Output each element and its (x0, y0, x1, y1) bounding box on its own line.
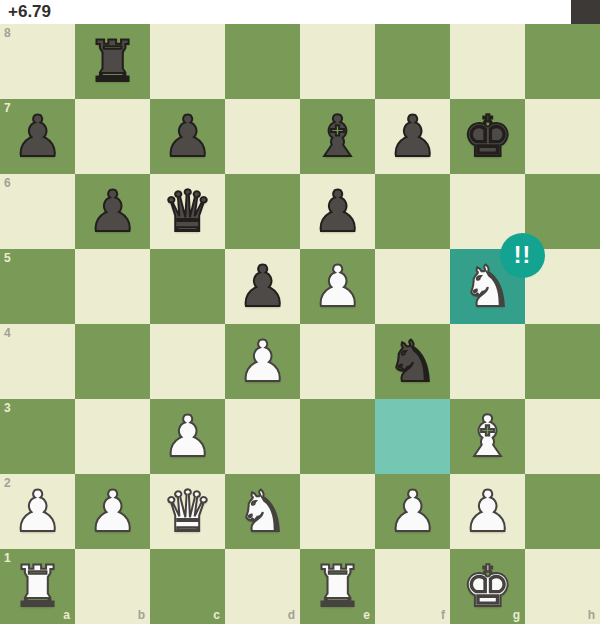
square-a4[interactable]: 4 (0, 324, 75, 399)
square-c6[interactable]: ♛ (150, 174, 225, 249)
square-d1[interactable]: d (225, 549, 300, 624)
square-f7[interactable]: ♟ (375, 99, 450, 174)
square-b2[interactable]: ♟ (75, 474, 150, 549)
square-d5[interactable]: ♟ (225, 249, 300, 324)
square-e8[interactable] (300, 24, 375, 99)
square-h7[interactable] (525, 99, 600, 174)
header-corner-dark-block (571, 0, 600, 24)
square-f2[interactable]: ♟ (375, 474, 450, 549)
piece-white-knight[interactable]: ♞ (225, 474, 300, 549)
piece-white-pawn[interactable]: ♟ (300, 249, 375, 324)
piece-black-knight[interactable]: ♞ (375, 324, 450, 399)
square-a3[interactable]: 3 (0, 399, 75, 474)
evaluation-header: +6.79 (0, 0, 600, 24)
square-c1[interactable]: c (150, 549, 225, 624)
square-f5[interactable] (375, 249, 450, 324)
square-d6[interactable] (225, 174, 300, 249)
piece-white-pawn[interactable]: ♟ (450, 474, 525, 549)
square-e4[interactable] (300, 324, 375, 399)
square-h4[interactable] (525, 324, 600, 399)
rank-label-3: 3 (4, 401, 11, 415)
evaluation-score: +6.79 (0, 0, 51, 24)
piece-white-rook[interactable]: ♜ (300, 549, 375, 624)
square-c4[interactable] (150, 324, 225, 399)
piece-black-bishop[interactable]: ♝ (300, 99, 375, 174)
piece-white-rook[interactable]: ♜ (0, 549, 75, 624)
square-g8[interactable] (450, 24, 525, 99)
piece-white-pawn[interactable]: ♟ (0, 474, 75, 549)
square-f8[interactable] (375, 24, 450, 99)
square-b8[interactable]: ♜ (75, 24, 150, 99)
piece-white-bishop[interactable]: ♝ (450, 399, 525, 474)
rank-label-4: 4 (4, 326, 11, 340)
square-b3[interactable] (75, 399, 150, 474)
square-b7[interactable] (75, 99, 150, 174)
square-d3[interactable] (225, 399, 300, 474)
square-f1[interactable]: f (375, 549, 450, 624)
file-label-b: b (138, 608, 145, 622)
square-a2[interactable]: 2♟ (0, 474, 75, 549)
square-g2[interactable]: ♟ (450, 474, 525, 549)
piece-white-pawn[interactable]: ♟ (225, 324, 300, 399)
brilliant-move-badge: !! (500, 233, 545, 278)
square-a7[interactable]: 7♟ (0, 99, 75, 174)
square-b1[interactable]: b (75, 549, 150, 624)
square-c3[interactable]: ♟ (150, 399, 225, 474)
piece-white-pawn[interactable]: ♟ (150, 399, 225, 474)
piece-black-rook[interactable]: ♜ (75, 24, 150, 99)
square-e5[interactable]: ♟ (300, 249, 375, 324)
square-h8[interactable] (525, 24, 600, 99)
rank-label-5: 5 (4, 251, 11, 265)
square-c5[interactable] (150, 249, 225, 324)
square-b4[interactable] (75, 324, 150, 399)
square-c2[interactable]: ♛ (150, 474, 225, 549)
file-label-d: d (288, 608, 295, 622)
piece-black-queen[interactable]: ♛ (150, 174, 225, 249)
square-c8[interactable] (150, 24, 225, 99)
square-e3[interactable] (300, 399, 375, 474)
square-g5[interactable]: ♞!! (450, 249, 525, 324)
rank-label-8: 8 (4, 26, 11, 40)
square-a8[interactable]: 8 (0, 24, 75, 99)
square-f3[interactable] (375, 399, 450, 474)
square-d7[interactable] (225, 99, 300, 174)
piece-black-pawn[interactable]: ♟ (225, 249, 300, 324)
file-label-c: c (213, 608, 220, 622)
square-f6[interactable] (375, 174, 450, 249)
square-e1[interactable]: e♜ (300, 549, 375, 624)
piece-black-pawn[interactable]: ♟ (375, 99, 450, 174)
square-c7[interactable]: ♟ (150, 99, 225, 174)
square-b5[interactable] (75, 249, 150, 324)
square-h1[interactable]: h (525, 549, 600, 624)
piece-black-pawn[interactable]: ♟ (75, 174, 150, 249)
rank-label-6: 6 (4, 176, 11, 190)
square-e6[interactable]: ♟ (300, 174, 375, 249)
square-h3[interactable] (525, 399, 600, 474)
file-label-h: h (588, 608, 595, 622)
piece-white-king[interactable]: ♚ (450, 549, 525, 624)
square-g1[interactable]: g♚ (450, 549, 525, 624)
square-e2[interactable] (300, 474, 375, 549)
square-d8[interactable] (225, 24, 300, 99)
file-label-f: f (441, 608, 445, 622)
piece-white-pawn[interactable]: ♟ (375, 474, 450, 549)
piece-white-queen[interactable]: ♛ (150, 474, 225, 549)
square-b6[interactable]: ♟ (75, 174, 150, 249)
chess-board[interactable]: 8♜7♟♟♝♟♚6♟♛♟5♟♟♞!!4♟♞3♟♝2♟♟♛♞♟♟1a♜bcde♜f… (0, 24, 600, 624)
square-a5[interactable]: 5 (0, 249, 75, 324)
square-e7[interactable]: ♝ (300, 99, 375, 174)
square-a1[interactable]: 1a♜ (0, 549, 75, 624)
square-h2[interactable] (525, 474, 600, 549)
square-g3[interactable]: ♝ (450, 399, 525, 474)
square-f4[interactable]: ♞ (375, 324, 450, 399)
piece-black-king[interactable]: ♚ (450, 99, 525, 174)
piece-black-pawn[interactable]: ♟ (0, 99, 75, 174)
square-a6[interactable]: 6 (0, 174, 75, 249)
piece-black-pawn[interactable]: ♟ (150, 99, 225, 174)
piece-white-pawn[interactable]: ♟ (75, 474, 150, 549)
piece-black-pawn[interactable]: ♟ (300, 174, 375, 249)
square-d4[interactable]: ♟ (225, 324, 300, 399)
chess-analysis-view: +6.79 8♜7♟♟♝♟♚6♟♛♟5♟♟♞!!4♟♞3♟♝2♟♟♛♞♟♟1a♜… (0, 0, 600, 624)
square-d2[interactable]: ♞ (225, 474, 300, 549)
square-g4[interactable] (450, 324, 525, 399)
square-g7[interactable]: ♚ (450, 99, 525, 174)
